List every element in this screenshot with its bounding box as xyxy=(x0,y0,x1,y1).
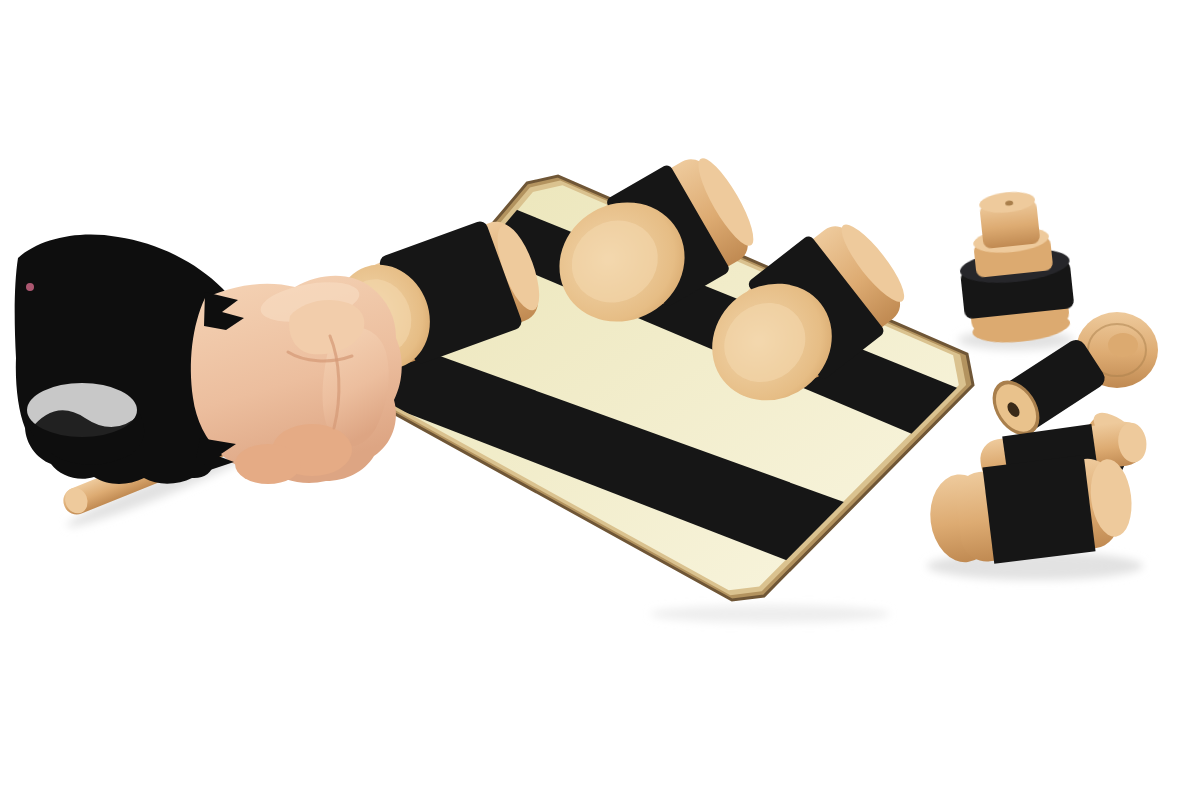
scene-photo: Hand therapy hook-and-loop roller board … xyxy=(0,0,1200,800)
knob-head-dome xyxy=(1108,333,1138,357)
photo-stage: Hand therapy hook-and-loop roller board … xyxy=(0,0,1200,800)
knob-piece: Two-tier wooden knob with hook-and-loop … xyxy=(952,187,1077,348)
lying-roller-front: Lying wrapped roller (front) xyxy=(925,450,1137,571)
curled-fingers xyxy=(235,444,301,484)
lying-roller-velcro xyxy=(982,455,1095,564)
lace-pink-spot xyxy=(26,283,34,291)
gripping-hand: Hand in black lace sleeve gripping the r… xyxy=(191,276,402,484)
shadow-under-board xyxy=(650,605,890,623)
